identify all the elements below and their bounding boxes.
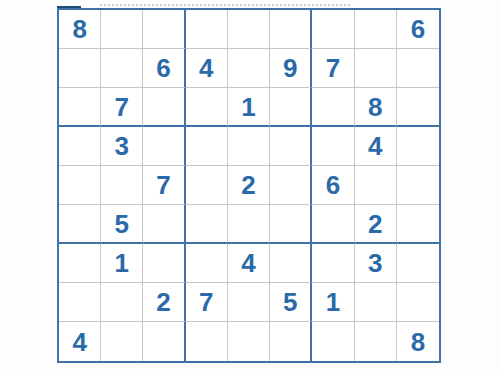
cell-r1c1[interactable]: 8 <box>59 10 101 49</box>
cell-r4c4[interactable] <box>186 127 228 166</box>
cell-r8c4[interactable]: 7 <box>186 283 228 322</box>
cell-r1c3[interactable] <box>143 10 185 49</box>
cell-r7c2[interactable]: 1 <box>101 244 143 283</box>
cell-r8c9[interactable] <box>397 283 439 322</box>
cell-r7c6[interactable] <box>270 244 312 283</box>
cell-r7c5[interactable]: 4 <box>228 244 270 283</box>
cell-r3c8[interactable]: 8 <box>355 88 397 127</box>
cell-r8c3[interactable]: 2 <box>143 283 185 322</box>
cell-r4c9[interactable] <box>397 127 439 166</box>
cell-r5c3[interactable]: 7 <box>143 166 185 205</box>
cell-r8c1[interactable] <box>59 283 101 322</box>
cell-r2c1[interactable] <box>59 49 101 88</box>
cell-r8c2[interactable] <box>101 283 143 322</box>
cell-r6c1[interactable] <box>59 205 101 244</box>
cell-r2c7[interactable]: 7 <box>312 49 354 88</box>
cell-r7c3[interactable] <box>143 244 185 283</box>
cell-r8c5[interactable] <box>228 283 270 322</box>
cell-r6c5[interactable] <box>228 205 270 244</box>
cell-r2c6[interactable]: 9 <box>270 49 312 88</box>
cell-r4c6[interactable] <box>270 127 312 166</box>
cell-r4c8[interactable]: 4 <box>355 127 397 166</box>
cell-r3c2[interactable]: 7 <box>101 88 143 127</box>
cell-r1c7[interactable] <box>312 10 354 49</box>
cell-r7c7[interactable] <box>312 244 354 283</box>
cell-r5c8[interactable] <box>355 166 397 205</box>
cell-r9c8[interactable] <box>355 322 397 361</box>
cell-r1c8[interactable] <box>355 10 397 49</box>
cell-r3c1[interactable] <box>59 88 101 127</box>
cell-r9c5[interactable] <box>228 322 270 361</box>
cell-r2c5[interactable] <box>228 49 270 88</box>
cell-r3c3[interactable] <box>143 88 185 127</box>
cell-r3c5[interactable]: 1 <box>228 88 270 127</box>
cell-r6c2[interactable]: 5 <box>101 205 143 244</box>
cell-r6c3[interactable] <box>143 205 185 244</box>
cell-r5c4[interactable] <box>186 166 228 205</box>
cell-r8c8[interactable] <box>355 283 397 322</box>
cell-r7c4[interactable] <box>186 244 228 283</box>
cell-r7c8[interactable]: 3 <box>355 244 397 283</box>
cell-r1c2[interactable] <box>101 10 143 49</box>
cell-r1c4[interactable] <box>186 10 228 49</box>
cell-r5c6[interactable] <box>270 166 312 205</box>
cell-r8c7[interactable]: 1 <box>312 283 354 322</box>
cell-r9c4[interactable] <box>186 322 228 361</box>
cell-r2c4[interactable]: 4 <box>186 49 228 88</box>
cell-r4c7[interactable] <box>312 127 354 166</box>
cell-r4c3[interactable] <box>143 127 185 166</box>
cell-r5c5[interactable]: 2 <box>228 166 270 205</box>
cell-r2c9[interactable] <box>397 49 439 88</box>
cell-r7c9[interactable] <box>397 244 439 283</box>
cell-r3c7[interactable] <box>312 88 354 127</box>
cell-r3c6[interactable] <box>270 88 312 127</box>
cell-r6c9[interactable] <box>397 205 439 244</box>
cell-r9c7[interactable] <box>312 322 354 361</box>
cell-r4c2[interactable]: 3 <box>101 127 143 166</box>
cell-r8c6[interactable]: 5 <box>270 283 312 322</box>
cell-r5c7[interactable]: 6 <box>312 166 354 205</box>
cell-r7c1[interactable] <box>59 244 101 283</box>
cell-r5c1[interactable] <box>59 166 101 205</box>
cell-r9c2[interactable] <box>101 322 143 361</box>
sudoku-board: 8664977183472652143275148 <box>57 8 441 363</box>
cell-r1c6[interactable] <box>270 10 312 49</box>
cell-r5c2[interactable] <box>101 166 143 205</box>
cell-r4c5[interactable] <box>228 127 270 166</box>
cell-r1c9[interactable]: 6 <box>397 10 439 49</box>
cell-r9c6[interactable] <box>270 322 312 361</box>
cell-r2c8[interactable] <box>355 49 397 88</box>
cell-r4c1[interactable] <box>59 127 101 166</box>
page-background: 8664977183472652143275148 <box>0 0 500 375</box>
cell-r3c9[interactable] <box>397 88 439 127</box>
cell-r9c9[interactable]: 8 <box>397 322 439 361</box>
cell-r6c7[interactable] <box>312 205 354 244</box>
cell-r6c8[interactable]: 2 <box>355 205 397 244</box>
cell-r3c4[interactable] <box>186 88 228 127</box>
cell-r2c2[interactable] <box>101 49 143 88</box>
cell-r5c9[interactable] <box>397 166 439 205</box>
cell-r6c4[interactable] <box>186 205 228 244</box>
cell-r9c1[interactable]: 4 <box>59 322 101 361</box>
cell-r2c3[interactable]: 6 <box>143 49 185 88</box>
cell-r6c6[interactable] <box>270 205 312 244</box>
cell-r1c5[interactable] <box>228 10 270 49</box>
cell-r9c3[interactable] <box>143 322 185 361</box>
clipped-text-artifact <box>100 0 350 6</box>
